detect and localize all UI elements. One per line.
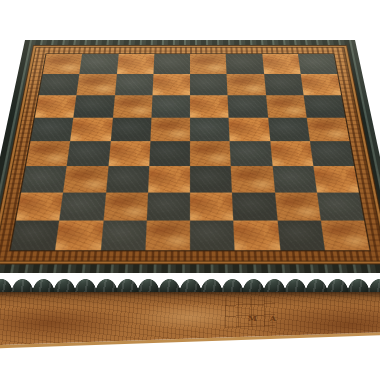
board-square-a4: [26, 141, 70, 166]
board-square-c3: [106, 166, 149, 192]
board-square-b8: [80, 54, 119, 74]
board-square-c8: [116, 54, 154, 74]
board-square-h1: [321, 221, 370, 251]
board-square-f1: [234, 221, 280, 251]
board-square-c1: [100, 221, 146, 251]
board-square-a8: [43, 54, 83, 74]
board-square-g5: [268, 118, 310, 142]
board-square-b7: [77, 74, 117, 95]
board-square-d2: [146, 193, 190, 221]
board-square-a2: [16, 193, 63, 221]
board-square-b2: [59, 193, 105, 221]
rope-trim-front: [0, 267, 380, 292]
map-graticule: [225, 296, 275, 328]
board-square-h6: [303, 95, 345, 117]
board-square-f6: [228, 95, 268, 117]
box-side-leather: M A: [0, 289, 380, 351]
board-square-a3: [21, 166, 67, 192]
board-square-h8: [298, 54, 338, 74]
board-square-h3: [313, 166, 359, 192]
board-square-f2: [232, 193, 277, 221]
board-square-g4: [270, 141, 313, 166]
board-square-a6: [35, 95, 77, 117]
board-square-g7: [264, 74, 304, 95]
board-square-f4: [230, 141, 272, 166]
board-square-h5: [306, 118, 349, 142]
board-square-g1: [277, 221, 325, 251]
board-square-c4: [108, 141, 150, 166]
board-square-g2: [274, 193, 320, 221]
board-square-c7: [114, 74, 153, 95]
map-label: M A: [248, 313, 281, 323]
board-square-c6: [112, 95, 152, 117]
board-square-d3: [148, 166, 190, 192]
board-square-d7: [152, 74, 190, 95]
board-square-e7: [190, 74, 228, 95]
board-square-d8: [153, 54, 190, 74]
board-square-e6: [190, 95, 229, 117]
board-square-b1: [55, 221, 103, 251]
board-square-d1: [145, 221, 190, 251]
board-square-e2: [190, 193, 234, 221]
board-square-g3: [272, 166, 317, 192]
board-square-e5: [190, 118, 230, 142]
board-square-e1: [190, 221, 235, 251]
photo-scene: M A: [0, 0, 380, 380]
board-square-a1: [11, 221, 60, 251]
board-square-a7: [39, 74, 80, 95]
board-square-g6: [266, 95, 307, 117]
board-square-g8: [262, 54, 301, 74]
board-square-d6: [151, 95, 190, 117]
board-square-f7: [227, 74, 266, 95]
board-square-e3: [190, 166, 232, 192]
board-square-f3: [231, 166, 274, 192]
board-square-a5: [30, 118, 73, 142]
board-square-c5: [110, 118, 151, 142]
board-square-b4: [67, 141, 110, 166]
board-square-d4: [149, 141, 190, 166]
board-square-h4: [310, 141, 354, 166]
board-square-f8: [226, 54, 264, 74]
board-square-f5: [229, 118, 270, 142]
board-square-e8: [190, 54, 227, 74]
board-square-b3: [63, 166, 108, 192]
board-square-b6: [74, 95, 115, 117]
chessboard: [0, 40, 380, 273]
board-square-c2: [103, 193, 148, 221]
board-square-h2: [317, 193, 364, 221]
board-square-d5: [150, 118, 190, 142]
board-square-h7: [300, 74, 341, 95]
board-grid: [9, 53, 371, 251]
board-square-e4: [190, 141, 231, 166]
board-square-b5: [70, 118, 112, 142]
